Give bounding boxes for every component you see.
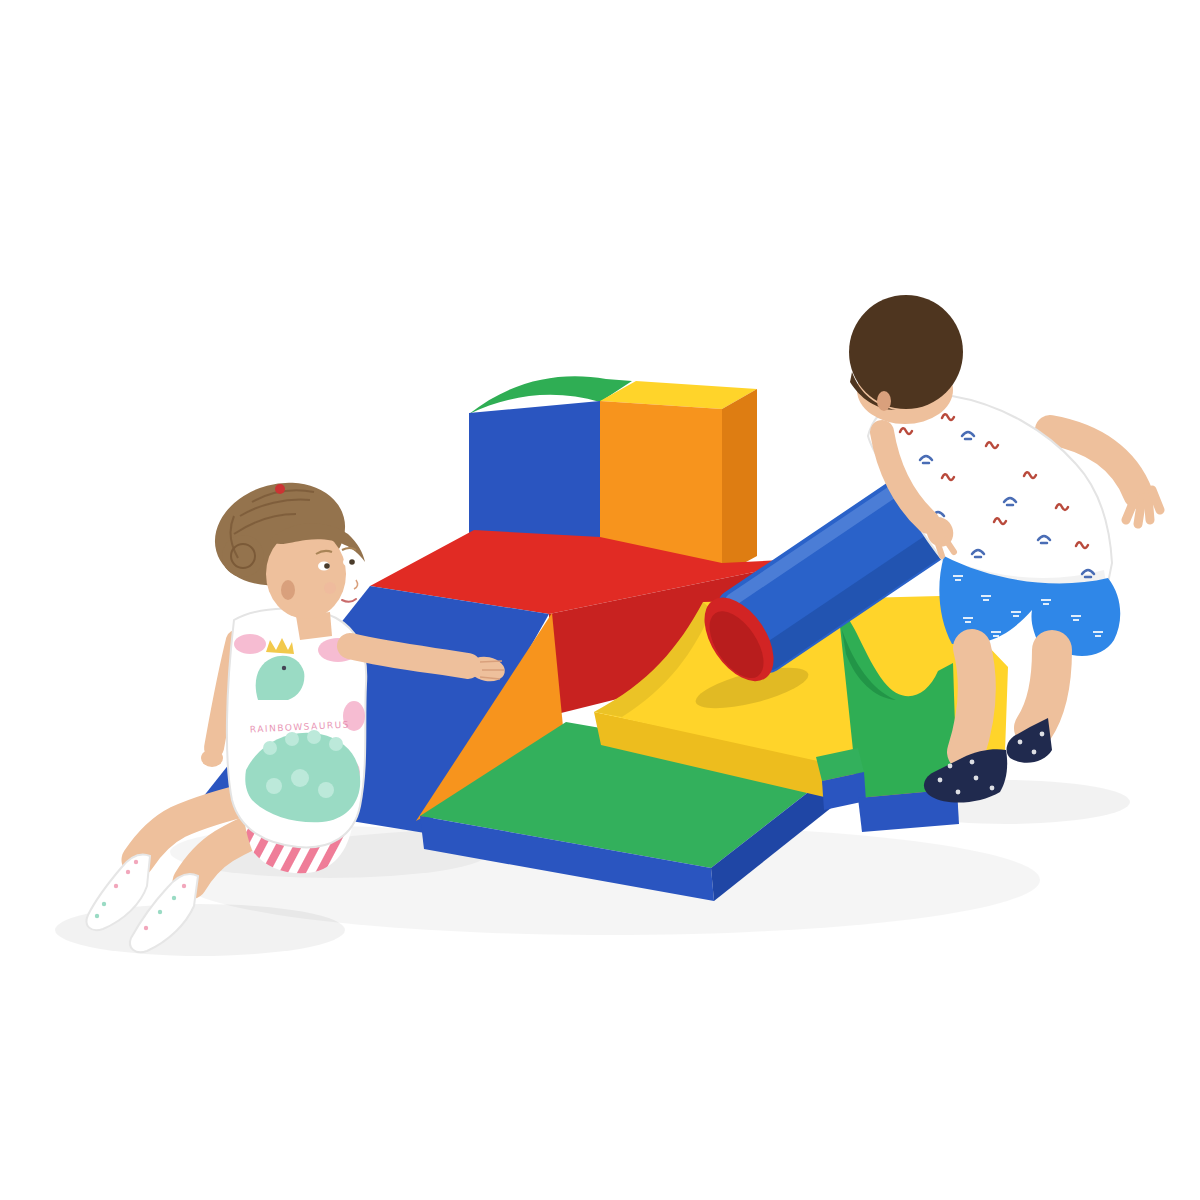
boy-finger	[1148, 496, 1150, 520]
sock-dot	[956, 790, 961, 795]
sock-dot	[970, 760, 975, 765]
sock-speckle-mint	[158, 910, 162, 914]
sock-dot	[1040, 732, 1045, 737]
dino-bump	[263, 741, 277, 755]
boy-finger	[1138, 498, 1142, 524]
boy-left-leg	[966, 648, 977, 752]
boy-head	[849, 295, 963, 424]
sock-speckle-pink	[126, 870, 130, 874]
boy-hair	[849, 295, 963, 409]
girl-eyebrow	[342, 548, 356, 550]
sock-dot	[974, 776, 979, 781]
sock-speckle-pink	[182, 884, 186, 888]
girl-hair-bun	[222, 535, 264, 577]
girl-hair-tie	[275, 484, 285, 494]
boy-right-leg	[1034, 650, 1052, 728]
orange-block-side	[722, 389, 757, 575]
sock-speckle-mint	[95, 914, 99, 918]
girl-eye-pupil	[324, 563, 330, 569]
print-cloud	[234, 634, 266, 654]
dino-bump	[307, 730, 321, 744]
soft-play-scene: RAINBOWSAURUS	[0, 0, 1200, 1200]
dino-bump	[285, 732, 299, 746]
sock-speckle-pink	[134, 860, 138, 864]
dino-bump	[318, 782, 334, 798]
sock-dot	[938, 778, 943, 783]
girl-eye-pupil	[349, 559, 355, 565]
boy-ear	[877, 391, 891, 411]
girl-nose	[354, 580, 358, 589]
girl-ear	[281, 580, 295, 600]
sock-dot	[1032, 750, 1037, 755]
sock-speckle-mint	[172, 896, 176, 900]
sock-speckle-mint	[102, 902, 106, 906]
sock-speckle-pink	[144, 926, 148, 930]
sock-dot	[948, 764, 953, 769]
print-dino-eye	[282, 666, 286, 670]
dino-bump	[329, 737, 343, 751]
sock-dot	[1018, 740, 1023, 745]
girl-mouth	[342, 599, 356, 602]
boy-finger	[938, 544, 942, 556]
girl-head	[203, 469, 365, 619]
blue-cube-block	[469, 401, 600, 548]
girl-left-hand	[201, 749, 223, 767]
girl-cheek-blush	[324, 582, 336, 594]
product-photo-canvas: RAINBOWSAURUS	[0, 0, 1200, 1200]
dino-bump	[291, 769, 309, 787]
finger-line	[480, 661, 502, 662]
dino-bump	[266, 778, 282, 794]
sock-dot	[990, 786, 995, 791]
sock-speckle-pink	[114, 884, 118, 888]
